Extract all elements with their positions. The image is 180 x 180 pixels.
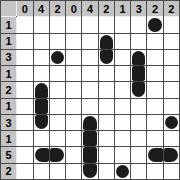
cell-r5c9[interactable] [147,82,162,97]
col-clue-2: 4 [34,1,49,16]
cell-r2c3[interactable] [50,34,65,49]
cell-r5c10[interactable] [164,82,179,97]
row-clue-6: 1 [1,99,16,114]
row-clue-3: 3 [1,50,16,65]
ship-end-bottom-icon [132,82,145,96]
ship-submarine [148,18,161,31]
cell-r7c8[interactable] [131,115,146,130]
ship-end-left-icon [35,148,49,161]
cell-r3c7[interactable] [115,50,130,65]
ship-middle-icon [132,66,145,81]
ship-submarine [165,116,178,129]
cell-r6c5[interactable] [82,99,97,114]
corner-cell [1,1,16,16]
cell-r8c9[interactable] [147,131,162,146]
cell-r1c6[interactable] [99,17,114,32]
ship-end-top-icon [35,83,48,97]
cell-r10c4[interactable] [66,164,81,179]
cell-r7c4[interactable] [66,115,81,130]
ship-end-bottom-icon [100,50,113,64]
cell-r2c8[interactable] [131,34,146,49]
cell-r10c5[interactable] [82,164,97,179]
cell-r2c5[interactable] [82,34,97,49]
cell-r7c2[interactable] [34,115,49,130]
col-clue-6: 2 [99,1,114,16]
ship-end-bottom-icon [83,164,96,178]
cell-r5c3[interactable] [50,82,65,97]
cell-r8c7[interactable] [115,131,130,146]
ship-end-bottom-icon [35,115,48,129]
ship-submarine [51,51,64,64]
cell-r10c2[interactable] [34,164,49,179]
cell-r9c10[interactable] [164,147,179,162]
cell-r4c6[interactable] [99,66,114,81]
row-clue-4: 1 [1,66,16,81]
cell-r2c9[interactable] [147,34,162,49]
col-clue-4: 0 [66,1,81,16]
cell-r6c2[interactable] [34,99,49,114]
cell-r3c3[interactable] [50,50,65,65]
col-clue-3: 2 [50,1,65,16]
cell-r5c1[interactable] [17,82,32,97]
cell-r8c6[interactable] [99,131,114,146]
battleship-board: 04204213221131213152 [0,0,180,180]
cell-r7c10[interactable] [164,115,179,130]
ship-middle-icon [83,131,96,146]
cell-r7c6[interactable] [99,115,114,130]
cell-r2c1[interactable] [17,34,32,49]
ship-end-right-icon [164,148,178,161]
cell-r8c10[interactable] [164,131,179,146]
cell-r9c3[interactable] [50,147,65,162]
cell-r8c8[interactable] [131,131,146,146]
cell-r4c4[interactable] [66,66,81,81]
cell-r2c4[interactable] [66,34,81,49]
cell-r1c3[interactable] [50,17,65,32]
cell-r6c3[interactable] [50,99,65,114]
cell-r6c7[interactable] [115,99,130,114]
cell-r1c9[interactable] [147,17,162,32]
cell-r4c8[interactable] [131,66,146,81]
cell-r1c2[interactable] [34,17,49,32]
cell-r10c9[interactable] [147,164,162,179]
cell-r7c5[interactable] [82,115,97,130]
cell-r3c6[interactable] [99,50,114,65]
cell-r6c6[interactable] [99,99,114,114]
cell-r6c8[interactable] [131,99,146,114]
cell-r2c7[interactable] [115,34,130,49]
cell-r10c8[interactable] [131,164,146,179]
cell-r5c8[interactable] [131,82,146,97]
cell-r1c8[interactable] [131,17,146,32]
cell-r10c10[interactable] [164,164,179,179]
cell-r2c10[interactable] [164,34,179,49]
cell-r6c4[interactable] [66,99,81,114]
cell-r10c1[interactable] [17,164,32,179]
col-clue-7: 1 [115,1,130,16]
cell-r1c10[interactable] [164,17,179,32]
cell-r9c5[interactable] [82,147,97,162]
col-clue-1: 0 [17,1,32,16]
cell-r8c5[interactable] [82,131,97,146]
cell-r7c9[interactable] [147,115,162,130]
ship-middle-icon [35,99,48,114]
cell-r10c6[interactable] [99,164,114,179]
ship-end-left-icon [148,148,162,161]
cell-r10c3[interactable] [50,164,65,179]
cell-r1c5[interactable] [82,17,97,32]
cell-r1c4[interactable] [66,17,81,32]
row-clue-1: 1 [1,17,16,32]
cell-r4c3[interactable] [50,66,65,81]
cell-r4c7[interactable] [115,66,130,81]
cell-r3c5[interactable] [82,50,97,65]
row-clue-7: 3 [1,115,16,130]
cell-r3c9[interactable] [147,50,162,65]
cell-r5c4[interactable] [66,82,81,97]
cell-r9c1[interactable] [17,147,32,162]
cell-r2c2[interactable] [34,34,49,49]
cell-r7c7[interactable] [115,115,130,130]
cell-r8c2[interactable] [34,131,49,146]
row-clue-9: 5 [1,147,16,162]
cell-r9c4[interactable] [66,147,81,162]
cell-r5c2[interactable] [34,82,49,97]
cell-r3c10[interactable] [164,50,179,65]
col-clue-5: 4 [82,1,97,16]
cell-r4c2[interactable] [34,66,49,81]
cell-r7c3[interactable] [50,115,65,130]
row-clue-8: 1 [1,131,16,146]
cell-r4c10[interactable] [164,66,179,81]
cell-r9c7[interactable] [115,147,130,162]
cell-r10c7[interactable] [115,164,130,179]
ship-submarine [116,165,129,178]
cell-r6c1[interactable] [17,99,32,114]
cell-r2c6[interactable] [99,34,114,49]
ship-end-top-icon [100,35,113,49]
cell-r8c3[interactable] [50,131,65,146]
col-clue-10: 2 [164,1,179,16]
cell-r8c4[interactable] [66,131,81,146]
cell-r9c2[interactable] [34,147,49,162]
row-clue-5: 2 [1,82,16,97]
cell-r4c9[interactable] [147,66,162,81]
row-clue-10: 2 [1,164,16,179]
cell-r6c9[interactable] [147,99,162,114]
cell-r8c1[interactable] [17,131,32,146]
ship-end-top-icon [83,116,96,130]
cell-r7c1[interactable] [17,115,32,130]
col-clue-8: 3 [131,1,146,16]
cell-r3c8[interactable] [131,50,146,65]
cell-r5c7[interactable] [115,82,130,97]
ship-end-top-icon [132,51,145,65]
cell-r3c1[interactable] [17,50,32,65]
col-clue-9: 2 [147,1,162,16]
cell-r9c6[interactable] [99,147,114,162]
cell-r5c6[interactable] [99,82,114,97]
row-clue-2: 1 [1,34,16,49]
cell-r3c2[interactable] [34,50,49,65]
cell-r4c5[interactable] [82,66,97,81]
cell-r9c9[interactable] [147,147,162,162]
ship-end-right-icon [50,148,64,161]
cell-r5c5[interactable] [82,82,97,97]
cell-r9c8[interactable] [131,147,146,162]
ship-middle-icon [83,147,96,162]
cell-r1c1[interactable] [17,17,32,32]
cell-r4c1[interactable] [17,66,32,81]
cell-r6c10[interactable] [164,99,179,114]
cell-r1c7[interactable] [115,17,130,32]
cell-r3c4[interactable] [66,50,81,65]
